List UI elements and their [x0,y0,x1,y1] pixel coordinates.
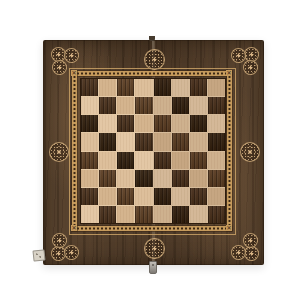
square-h2[interactable] [208,188,225,205]
rosette-medallion-icon [64,245,79,260]
square-d4[interactable] [135,152,152,169]
square-c2[interactable] [117,188,134,205]
chess-board: ✕ ✕ ✕ ✕ [43,40,264,265]
rosette-medallion-icon [49,142,69,162]
square-h7[interactable] [208,97,225,114]
rosette-medallion-icon [240,142,260,162]
square-h3[interactable] [208,170,225,187]
rosette-medallion-icon [64,48,79,63]
square-f4[interactable] [172,152,189,169]
frame-corner-motif: ✕ [226,225,232,231]
square-d3[interactable] [135,170,152,187]
square-h4[interactable] [208,152,225,169]
square-c5[interactable] [117,133,134,150]
square-b4[interactable] [99,152,116,169]
rosette-medallion-icon [243,233,258,248]
rosette-medallion-icon [51,47,66,62]
rosette-medallion-icon [243,60,258,75]
rosette-medallion-icon [244,246,259,261]
frame-corner-motif: ✕ [71,225,77,231]
rosette-medallion-icon [51,246,66,261]
square-g6[interactable] [190,115,207,132]
square-b6[interactable] [99,115,116,132]
square-c4[interactable] [117,152,134,169]
square-b5[interactable] [99,133,116,150]
rosette-medallion-icon [144,49,165,70]
square-b1[interactable] [99,206,116,223]
square-a2[interactable] [81,188,98,205]
square-f3[interactable] [172,170,189,187]
label-tag [32,249,45,261]
square-a8[interactable] [81,79,98,96]
square-g8[interactable] [190,79,207,96]
square-e8[interactable] [154,79,171,96]
square-c1[interactable] [117,206,134,223]
square-e3[interactable] [154,170,171,187]
square-d5[interactable] [135,133,152,150]
square-a6[interactable] [81,115,98,132]
square-e7[interactable] [154,97,171,114]
square-g7[interactable] [190,97,207,114]
square-d2[interactable] [135,188,152,205]
square-a3[interactable] [81,170,98,187]
hinge-notch [149,36,155,41]
square-a7[interactable] [81,97,98,114]
frame-band-right [227,71,232,231]
square-d1[interactable] [135,206,152,223]
square-a4[interactable] [81,152,98,169]
frame-corner-motif: ✕ [71,70,77,76]
square-g5[interactable] [190,133,207,150]
square-f8[interactable] [172,79,189,96]
square-c6[interactable] [117,115,134,132]
rosette-medallion-icon [231,48,246,63]
square-e2[interactable] [154,188,171,205]
square-g4[interactable] [190,152,207,169]
square-g3[interactable] [190,170,207,187]
square-g1[interactable] [190,206,207,223]
square-e1[interactable] [154,206,171,223]
product-photo: ✕ ✕ ✕ ✕ [0,0,300,300]
rosette-medallion-icon [52,233,67,248]
frame-band-bottom [72,226,232,231]
square-c8[interactable] [117,79,134,96]
square-f2[interactable] [172,188,189,205]
square-e5[interactable] [154,133,171,150]
square-d6[interactable] [135,115,152,132]
frame-corner-motif: ✕ [226,70,232,76]
square-c7[interactable] [117,97,134,114]
rosette-medallion-icon [144,238,165,259]
square-h5[interactable] [208,133,225,150]
square-d7[interactable] [135,97,152,114]
square-f7[interactable] [172,97,189,114]
square-c3[interactable] [117,170,134,187]
square-e6[interactable] [154,115,171,132]
square-g2[interactable] [190,188,207,205]
square-b7[interactable] [99,97,116,114]
square-f5[interactable] [172,133,189,150]
square-d8[interactable] [135,79,152,96]
square-e4[interactable] [154,152,171,169]
clasp-latch [149,261,157,274]
square-f6[interactable] [172,115,189,132]
rosette-medallion-icon [244,47,259,62]
square-b2[interactable] [99,188,116,205]
square-f1[interactable] [172,206,189,223]
square-h1[interactable] [208,206,225,223]
frame-band-top [72,71,232,76]
square-h6[interactable] [208,115,225,132]
frame-band-left [72,71,77,231]
square-a1[interactable] [81,206,98,223]
square-b3[interactable] [99,170,116,187]
rosette-medallion-icon [231,245,246,260]
chess-grid [80,78,226,224]
square-b8[interactable] [99,79,116,96]
square-a5[interactable] [81,133,98,150]
square-h8[interactable] [208,79,225,96]
rosette-medallion-icon [52,60,67,75]
